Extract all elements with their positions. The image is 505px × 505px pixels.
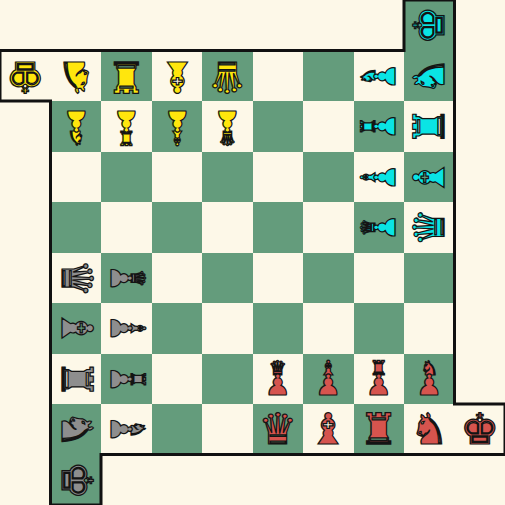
king-glyph: ♚ (6, 54, 45, 97)
square-r6c7[interactable] (354, 303, 405, 354)
board-margin (101, 455, 152, 505)
square-r5c3[interactable] (152, 253, 203, 304)
square-r1c8[interactable]: ♞ (404, 51, 455, 102)
square-r8c4[interactable] (202, 404, 253, 455)
square-r3c6[interactable] (303, 152, 354, 203)
square-r8c9[interactable]: ♚ (455, 404, 505, 455)
cyan-pawn-rook[interactable]: ♜♟ (354, 101, 405, 152)
pawn-base-glyph: ♟ (374, 63, 398, 89)
square-r2c2[interactable]: ♜♟ (101, 101, 152, 152)
gray-pawn-queen[interactable]: ♛♟ (101, 253, 152, 304)
board-margin (455, 152, 505, 203)
cyan-pawn-bishop[interactable]: ♝♟ (354, 152, 405, 203)
square-r1c2[interactable]: ♜ (101, 51, 152, 102)
pawn-base-glyph: ♟ (107, 315, 131, 341)
square-r5c7[interactable] (354, 253, 405, 304)
cyan-pawn-knight[interactable]: ♞♟ (354, 51, 405, 102)
queen-glyph: ♛ (258, 408, 297, 451)
square-r2c3[interactable]: ♝♟ (152, 101, 203, 152)
square-r7c7[interactable]: ♜♟ (354, 354, 405, 405)
square-r4c7[interactable]: ♛♟ (354, 202, 405, 253)
pawn-base-glyph: ♟ (107, 265, 131, 291)
board-margin (455, 51, 505, 102)
square-r4c2[interactable] (101, 202, 152, 253)
board-margin (455, 253, 505, 304)
gray-pawn-knight[interactable]: ♞♟ (101, 404, 152, 455)
square-r8c2[interactable]: ♞♟ (101, 404, 152, 455)
square-r7c8[interactable]: ♞♟ (404, 354, 455, 405)
square-r5c6[interactable] (303, 253, 354, 304)
square-r8c1[interactable]: ♞ (51, 404, 102, 455)
cyan-pawn-queen[interactable]: ♛♟ (354, 202, 405, 253)
board-margin (152, 0, 203, 51)
square-r7c1[interactable]: ♜ (51, 354, 102, 405)
yellow-pawn-rook[interactable]: ♜♟ (101, 101, 152, 152)
square-r5c1[interactable]: ♛ (51, 253, 102, 304)
board-margin (455, 101, 505, 152)
square-r3c8[interactable]: ♝ (404, 152, 455, 203)
square-r6c5[interactable] (253, 303, 304, 354)
square-r3c1[interactable] (51, 152, 102, 203)
red-pawn-rook[interactable]: ♜♟ (354, 354, 405, 405)
board-margin (0, 404, 51, 455)
square-r3c3[interactable] (152, 152, 203, 203)
square-r6c8[interactable] (404, 303, 455, 354)
red-queen[interactable]: ♛ (253, 404, 304, 455)
board-margin (253, 0, 304, 51)
square-r7c6[interactable]: ♝♟ (303, 354, 354, 405)
gray-queen[interactable]: ♛ (51, 253, 102, 304)
square-r8c6[interactable]: ♝ (303, 404, 354, 455)
bishop-glyph: ♝ (408, 157, 451, 196)
cyan-king[interactable]: ♚ (404, 0, 455, 51)
red-king[interactable]: ♚ (455, 404, 505, 455)
red-knight[interactable]: ♞ (404, 404, 455, 455)
queen-glyph: ♛ (208, 54, 247, 97)
gray-knight[interactable]: ♞ (51, 404, 102, 455)
knight-glyph: ♞ (410, 408, 449, 451)
square-r8c3[interactable] (152, 404, 203, 455)
board-stage: ♚♚♞♜♝♛♞♟♞♞♟♜♟♝♟♛♟♜♟♜♝♟♝♛♟♛♛♛♟♝♝♟♜♜♟♛♟♝♟♜… (0, 0, 505, 505)
board-margin (455, 0, 505, 51)
square-r2c1[interactable]: ♞♟ (51, 101, 102, 152)
square-r1c5[interactable] (253, 51, 304, 102)
board-margin (303, 455, 354, 505)
board-margin (354, 455, 405, 505)
square-r4c5[interactable] (253, 202, 304, 253)
square-r9c1[interactable]: ♚ (51, 455, 102, 505)
square-r2c4[interactable]: ♛♟ (202, 101, 253, 152)
square-r3c7[interactable]: ♝♟ (354, 152, 405, 203)
square-r2c7[interactable]: ♜♟ (354, 101, 405, 152)
rook-glyph: ♜ (54, 359, 97, 398)
square-r6c2[interactable]: ♝♟ (101, 303, 152, 354)
square-r7c4[interactable] (202, 354, 253, 405)
board-margin (202, 455, 253, 505)
square-r7c3[interactable] (152, 354, 203, 405)
square-r4c4[interactable] (202, 202, 253, 253)
pawn-base-glyph: ♟ (374, 214, 398, 240)
pawn-base-glyph: ♟ (107, 366, 131, 392)
square-r1c1[interactable]: ♞ (51, 51, 102, 102)
square-r6c3[interactable] (152, 303, 203, 354)
square-r2c6[interactable] (303, 101, 354, 152)
pawn-base-glyph: ♟ (107, 416, 131, 442)
queen-glyph: ♛ (54, 258, 97, 297)
knight-glyph: ♞ (56, 54, 95, 97)
square-r8c8[interactable]: ♞ (404, 404, 455, 455)
yellow-pawn-knight[interactable]: ♞♟ (51, 101, 102, 152)
yellow-bishop[interactable]: ♝ (152, 51, 203, 102)
rook-glyph: ♜ (359, 408, 398, 451)
square-r2c8[interactable]: ♜ (404, 101, 455, 152)
pawn-base-glyph: ♟ (214, 107, 240, 131)
board-margin (455, 354, 505, 405)
board-margin (202, 0, 253, 51)
red-pawn-knight[interactable]: ♞♟ (404, 354, 455, 405)
square-r1c0[interactable]: ♚ (0, 51, 51, 102)
knight-glyph: ♞ (54, 410, 97, 449)
square-r5c4[interactable] (202, 253, 253, 304)
board-margin (404, 455, 455, 505)
yellow-knight[interactable]: ♞ (51, 51, 102, 102)
board-margin (253, 455, 304, 505)
gray-pawn-bishop[interactable]: ♝♟ (101, 303, 152, 354)
board-margin (0, 455, 51, 505)
board-margin (0, 101, 51, 152)
king-glyph: ♚ (408, 6, 451, 45)
square-r8c5[interactable]: ♛ (253, 404, 304, 455)
yellow-king[interactable]: ♚ (0, 51, 51, 102)
board-margin (455, 202, 505, 253)
square-r4c3[interactable] (152, 202, 203, 253)
red-pawn-bishop[interactable]: ♝♟ (303, 354, 354, 405)
pawn-base-glyph: ♟ (374, 164, 398, 190)
queen-glyph: ♛ (408, 208, 451, 247)
yellow-queen[interactable]: ♛ (202, 51, 253, 102)
board-margin (354, 0, 405, 51)
rook-glyph: ♜ (408, 107, 451, 146)
square-r1c4[interactable]: ♛ (202, 51, 253, 102)
board-margin (101, 0, 152, 51)
square-r3c5[interactable] (253, 152, 304, 203)
board-margin (0, 354, 51, 405)
board-margin (0, 303, 51, 354)
square-r5c8[interactable] (404, 253, 455, 304)
pawn-base-glyph: ♟ (374, 113, 398, 139)
rook-glyph: ♜ (107, 54, 146, 97)
pawn-base-glyph: ♟ (63, 107, 89, 131)
square-r1c6[interactable] (303, 51, 354, 102)
square-r2c5[interactable] (253, 101, 304, 152)
king-glyph: ♚ (460, 408, 499, 451)
square-r6c6[interactable] (303, 303, 354, 354)
board-margin (0, 152, 51, 203)
square-r1c3[interactable]: ♝ (152, 51, 203, 102)
square-r4c1[interactable] (51, 202, 102, 253)
red-pawn-queen[interactable]: ♛♟ (253, 354, 304, 405)
board-margin (303, 0, 354, 51)
square-r7c2[interactable]: ♜♟ (101, 354, 152, 405)
king-glyph: ♚ (54, 460, 97, 499)
yellow-rook[interactable]: ♜ (101, 51, 152, 102)
gray-king[interactable]: ♚ (51, 455, 102, 505)
board-margin (152, 455, 203, 505)
board-margin (0, 253, 51, 304)
square-r4c6[interactable] (303, 202, 354, 253)
knight-glyph: ♞ (408, 56, 451, 95)
square-r3c4[interactable] (202, 152, 253, 203)
square-r7c5[interactable]: ♛♟ (253, 354, 304, 405)
board-margin (0, 0, 51, 51)
square-r4c8[interactable]: ♛ (404, 202, 455, 253)
pawn-base-glyph: ♟ (315, 374, 341, 398)
gray-pawn-rook[interactable]: ♜♟ (101, 354, 152, 405)
square-r6c1[interactable]: ♝ (51, 303, 102, 354)
bishop-glyph: ♝ (157, 54, 196, 97)
pawn-base-glyph: ♟ (265, 374, 291, 398)
square-r3c2[interactable] (101, 152, 152, 203)
pawn-base-glyph: ♟ (164, 107, 190, 131)
board: ♚♚♞♜♝♛♞♟♞♞♟♜♟♝♟♛♟♜♟♜♝♟♝♛♟♛♛♛♟♝♝♟♜♜♟♛♟♝♟♜… (0, 0, 505, 505)
cyan-queen[interactable]: ♛ (404, 202, 455, 253)
yellow-pawn-queen[interactable]: ♛♟ (202, 101, 253, 152)
square-r5c5[interactable] (253, 253, 304, 304)
board-margin (0, 202, 51, 253)
board-margin (51, 0, 102, 51)
square-r1c7[interactable]: ♞♟ (354, 51, 405, 102)
board-margin (455, 303, 505, 354)
cyan-knight[interactable]: ♞ (404, 51, 455, 102)
square-r8c7[interactable]: ♜ (354, 404, 405, 455)
bishop-glyph: ♝ (309, 408, 348, 451)
pawn-base-glyph: ♟ (416, 374, 442, 398)
bishop-glyph: ♝ (54, 309, 97, 348)
pawn-base-glyph: ♟ (113, 107, 139, 131)
pawn-base-glyph: ♟ (366, 374, 392, 398)
gray-bishop[interactable]: ♝ (51, 303, 102, 354)
yellow-pawn-bishop[interactable]: ♝♟ (152, 101, 203, 152)
cyan-rook[interactable]: ♜ (404, 101, 455, 152)
gray-rook[interactable]: ♜ (51, 354, 102, 405)
red-rook[interactable]: ♜ (354, 404, 405, 455)
square-r5c2[interactable]: ♛♟ (101, 253, 152, 304)
cyan-bishop[interactable]: ♝ (404, 152, 455, 203)
board-margin (455, 455, 505, 505)
square-r6c4[interactable] (202, 303, 253, 354)
square-r0c8[interactable]: ♚ (404, 0, 455, 51)
red-bishop[interactable]: ♝ (303, 404, 354, 455)
